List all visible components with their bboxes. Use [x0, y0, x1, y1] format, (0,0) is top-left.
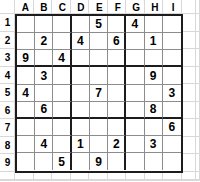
sheet-bg-cell	[0, 172, 15, 180]
cell-I8[interactable]	[163, 136, 181, 153]
cell-A9[interactable]	[17, 153, 35, 170]
cell-H6[interactable]: 8	[145, 102, 163, 119]
sheet-bg-cell	[182, 119, 197, 137]
cell-C3[interactable]: 4	[53, 50, 71, 67]
cell-A2[interactable]	[17, 33, 35, 50]
sheet-bg-cell	[182, 180, 197, 182]
cell-F2[interactable]: 6	[108, 33, 126, 50]
cell-D6[interactable]	[72, 102, 90, 119]
cell-B6[interactable]: 6	[35, 102, 53, 119]
sheet-bg-cell	[126, 180, 145, 182]
sheet-bg-cell	[196, 119, 200, 137]
column-header-I[interactable]: I	[164, 0, 183, 14]
sudoku-board: 5424619439473686412359	[15, 14, 183, 173]
cell-E5[interactable]: 7	[90, 85, 108, 102]
corner-cell	[0, 0, 16, 14]
cell-G2[interactable]	[126, 33, 144, 50]
row-label-6[interactable]: 6	[0, 102, 15, 120]
cell-A8[interactable]	[17, 136, 35, 153]
cell-G8[interactable]	[126, 136, 144, 153]
cell-A4[interactable]	[17, 67, 35, 84]
cell-A3[interactable]: 9	[17, 50, 35, 67]
column-header-A[interactable]: A	[16, 0, 35, 14]
sheet-bg-cell	[182, 14, 197, 32]
cell-F4[interactable]	[108, 67, 126, 84]
cell-F7[interactable]	[108, 119, 126, 136]
cell-H9[interactable]	[145, 153, 163, 170]
sheet-bg-cell	[196, 14, 200, 32]
sheet-bg-cell	[182, 49, 197, 67]
cell-A5[interactable]: 4	[17, 85, 35, 102]
cell-H8[interactable]: 3	[145, 136, 163, 153]
cell-D3[interactable]	[72, 50, 90, 67]
sheet-bg-cell	[182, 84, 197, 102]
cell-E4[interactable]	[90, 67, 108, 84]
sheet-bg-cell	[182, 0, 197, 14]
cell-F8[interactable]: 2	[108, 136, 126, 153]
cell-D7[interactable]	[72, 119, 90, 136]
sheet-bg-cell	[89, 172, 108, 180]
sheet-bg-cell	[182, 67, 197, 85]
column-header-row: ABCDEFGHI	[0, 0, 183, 14]
cell-E7[interactable]	[90, 119, 108, 136]
cell-C8[interactable]	[53, 136, 71, 153]
column-header-E[interactable]: E	[90, 0, 109, 14]
cell-D4[interactable]	[72, 67, 90, 84]
sheet-bg-cell	[182, 172, 197, 180]
cell-C4[interactable]	[53, 67, 71, 84]
sheet-bg-cell	[182, 154, 197, 172]
sheet-bg-cell	[196, 172, 200, 180]
cell-C7[interactable]	[53, 119, 71, 136]
column-header-G[interactable]: G	[127, 0, 146, 14]
sheet-bg-cell	[108, 180, 127, 182]
sheet-bg-cell	[196, 49, 200, 67]
cell-E9[interactable]: 9	[90, 153, 108, 170]
sheet-bg-cell	[15, 180, 34, 182]
cell-G1[interactable]: 4	[126, 16, 144, 33]
sheet-bg-cell	[196, 137, 200, 155]
sheet-bg-cell	[182, 32, 197, 50]
cell-C9[interactable]: 5	[53, 153, 71, 170]
cell-I9[interactable]	[163, 153, 181, 170]
sheet-bg-cell	[52, 180, 71, 182]
sheet-bg-cell	[196, 154, 200, 172]
cell-C2[interactable]	[53, 33, 71, 50]
cell-H5[interactable]	[145, 85, 163, 102]
cell-D8[interactable]: 1	[72, 136, 90, 153]
sheet-bg-cell	[163, 172, 182, 180]
cell-I5[interactable]: 3	[163, 85, 181, 102]
cell-B4[interactable]: 3	[35, 67, 53, 84]
row-label-4[interactable]: 4	[0, 67, 15, 85]
sheet-bg-cell	[34, 180, 53, 182]
sheet-bg-cell	[15, 172, 34, 180]
cell-I6[interactable]	[163, 102, 181, 119]
column-header-D[interactable]: D	[72, 0, 91, 14]
sheet-bg-cell	[89, 180, 108, 182]
cell-I2[interactable]	[163, 33, 181, 50]
cell-D5[interactable]	[72, 85, 90, 102]
row-label-3[interactable]: 3	[0, 49, 15, 67]
cell-B3[interactable]	[35, 50, 53, 67]
column-header-H[interactable]: H	[146, 0, 165, 14]
sheet-bg-cell	[182, 137, 197, 155]
sheet-bg-cell	[182, 102, 197, 120]
cell-F9[interactable]	[108, 153, 126, 170]
cell-E2[interactable]	[90, 33, 108, 50]
spreadsheet-sheet: ABCDEFGHI 123456789 54246194394736864123…	[0, 0, 200, 181]
cell-F5[interactable]	[108, 85, 126, 102]
cell-I4[interactable]	[163, 67, 181, 84]
cell-A6[interactable]	[17, 102, 35, 119]
cell-H4[interactable]: 9	[145, 67, 163, 84]
row-label-5[interactable]: 5	[0, 84, 15, 102]
cell-G7[interactable]	[126, 119, 144, 136]
row-label-1[interactable]: 1	[0, 14, 15, 32]
cell-A1[interactable]	[17, 16, 35, 33]
cell-H2[interactable]: 1	[145, 33, 163, 50]
column-header-C[interactable]: C	[53, 0, 72, 14]
row-label-2[interactable]: 2	[0, 32, 15, 50]
sheet-bg-cell	[108, 172, 127, 180]
cell-G4[interactable]	[126, 67, 144, 84]
cell-A7[interactable]	[17, 119, 35, 136]
sheet-bg-cell	[71, 172, 90, 180]
sheet-bg-cell	[0, 180, 15, 182]
cell-I7[interactable]: 6	[163, 119, 181, 136]
cell-G5[interactable]	[126, 85, 144, 102]
cell-B7[interactable]	[35, 119, 53, 136]
cell-F3[interactable]	[108, 50, 126, 67]
sheet-bg-cell	[52, 172, 71, 180]
cell-F1[interactable]	[108, 16, 126, 33]
sheet-bg-cell	[196, 0, 200, 14]
cell-H3[interactable]	[145, 50, 163, 67]
cell-D9[interactable]	[72, 153, 90, 170]
sheet-bg-cell	[71, 180, 90, 182]
cell-D2[interactable]: 4	[72, 33, 90, 50]
column-header-B[interactable]: B	[35, 0, 54, 14]
cell-B8[interactable]: 4	[35, 136, 53, 153]
sheet-bg-cell	[196, 84, 200, 102]
cell-B9[interactable]	[35, 153, 53, 170]
cell-G9[interactable]	[126, 153, 144, 170]
sheet-bg-cell	[196, 102, 200, 120]
sheet-bg-cell	[196, 32, 200, 50]
row-label-7[interactable]: 7	[0, 119, 15, 137]
cell-B5[interactable]	[35, 85, 53, 102]
cell-I3[interactable]	[163, 50, 181, 67]
cell-C1[interactable]	[53, 16, 71, 33]
cell-G6[interactable]	[126, 102, 144, 119]
cell-E1[interactable]: 5	[90, 16, 108, 33]
cell-E8[interactable]	[90, 136, 108, 153]
sheet-bg-cell	[126, 172, 145, 180]
cell-I1[interactable]	[163, 16, 181, 33]
cell-H1[interactable]	[145, 16, 163, 33]
cell-D1[interactable]	[72, 16, 90, 33]
sheet-bg-cell	[145, 172, 164, 180]
sheet-bg-cell	[196, 180, 200, 182]
sheet-bg-cell	[196, 67, 200, 85]
row-label-9[interactable]: 9	[0, 154, 15, 172]
cell-C6[interactable]	[53, 102, 71, 119]
sheet-bg-cell	[34, 172, 53, 180]
sheet-bg-cell	[163, 180, 182, 182]
cell-B2[interactable]: 2	[35, 33, 53, 50]
cell-C5[interactable]	[53, 85, 71, 102]
cell-E3[interactable]	[90, 50, 108, 67]
cell-H7[interactable]	[145, 119, 163, 136]
row-label-8[interactable]: 8	[0, 137, 15, 155]
cell-B1[interactable]	[35, 16, 53, 33]
column-header-F[interactable]: F	[109, 0, 128, 14]
cell-G3[interactable]	[126, 50, 144, 67]
row-label-column: 123456789	[0, 14, 15, 172]
cell-F6[interactable]	[108, 102, 126, 119]
sheet-bg-cell	[145, 180, 164, 182]
cell-E6[interactable]	[90, 102, 108, 119]
